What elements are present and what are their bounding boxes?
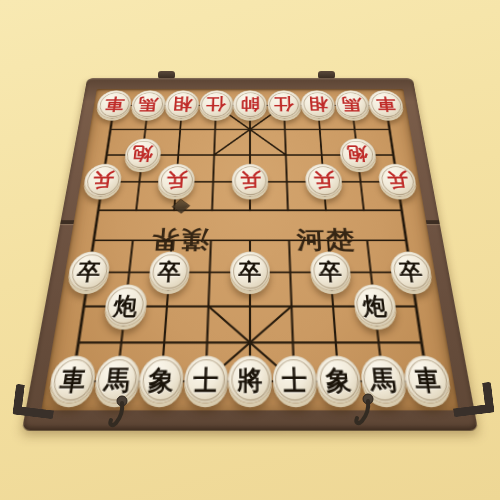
piece-character: 馬: [341, 96, 362, 112]
piece-red-elephant[interactable]: 相: [300, 90, 336, 118]
piece-black-elephant[interactable]: 象: [137, 356, 184, 403]
piece-character: 卒: [318, 260, 343, 282]
piece-character: 卒: [157, 260, 182, 282]
piece-character: 兵: [91, 171, 115, 190]
piece-character: 兵: [385, 171, 409, 190]
piece-character: 將: [237, 366, 262, 393]
piece-black-soldier[interactable]: 卒: [388, 251, 434, 290]
piece-character: 馬: [138, 96, 159, 112]
piece-character: 車: [413, 366, 442, 393]
piece-character: 卒: [398, 260, 424, 282]
piece-red-horse[interactable]: 馬: [130, 90, 167, 118]
latch-hook-left: [106, 394, 136, 436]
piece-black-general[interactable]: 將: [228, 356, 273, 403]
piece-red-soldier[interactable]: 兵: [157, 164, 196, 197]
piece-black-soldier[interactable]: 卒: [309, 251, 352, 290]
piece-red-soldier[interactable]: 兵: [377, 164, 418, 197]
piece-black-soldier[interactable]: 卒: [230, 251, 270, 290]
piece-red-horse[interactable]: 馬: [334, 90, 371, 118]
xiangqi-board: 漢界 楚河 車馬相仕帥仕相馬車炮炮兵兵兵兵兵卒卒卒卒卒炮炮車馬象士將士象馬車: [22, 78, 478, 430]
piece-red-cannon[interactable]: 炮: [123, 138, 162, 169]
piece-red-elephant[interactable]: 相: [164, 90, 200, 118]
piece-character: 兵: [239, 171, 260, 190]
piece-character: 相: [172, 96, 192, 112]
corner-protector-left: [12, 384, 56, 420]
piece-black-advisor[interactable]: 士: [183, 356, 229, 403]
piece-black-cannon[interactable]: 炮: [352, 284, 398, 325]
piece-character: 象: [325, 366, 352, 393]
piece-red-chariot[interactable]: 車: [95, 90, 133, 118]
piece-character: 卒: [238, 260, 261, 282]
piece-red-advisor[interactable]: 仕: [267, 90, 302, 118]
corner-protector-right: [450, 382, 494, 418]
piece-character: 仕: [206, 96, 226, 112]
piece-character: 炮: [131, 145, 153, 163]
piece-character: 士: [192, 366, 218, 393]
piece-character: 兵: [313, 171, 335, 190]
piece-red-soldier[interactable]: 兵: [232, 164, 269, 197]
piece-black-soldier[interactable]: 卒: [66, 251, 112, 290]
piece-character: 車: [103, 96, 125, 112]
piece-red-chariot[interactable]: 車: [367, 90, 405, 118]
piece-character: 卒: [76, 260, 102, 282]
piece-character: 炮: [361, 293, 387, 317]
piece-character: 仕: [274, 96, 294, 112]
piece-black-cannon[interactable]: 炮: [102, 284, 148, 325]
piece-character: 炮: [346, 145, 368, 163]
piece-red-cannon[interactable]: 炮: [338, 138, 377, 169]
product-photo: 漢界 楚河 車馬相仕帥仕相馬車炮炮兵兵兵兵兵卒卒卒卒卒炮炮車馬象士將士象馬車: [0, 0, 500, 500]
piece-character: 帥: [240, 96, 259, 112]
piece-red-general[interactable]: 帥: [233, 90, 267, 118]
piece-black-soldier[interactable]: 卒: [148, 251, 191, 290]
piece-red-advisor[interactable]: 仕: [199, 90, 234, 118]
piece-red-soldier[interactable]: 兵: [305, 164, 344, 197]
piece-black-chariot[interactable]: 車: [402, 356, 453, 403]
piece-black-advisor[interactable]: 士: [272, 356, 318, 403]
piece-character: 車: [375, 96, 397, 112]
piece-character: 士: [281, 366, 307, 393]
piece-character: 兵: [165, 171, 187, 190]
piece-character: 馬: [369, 366, 397, 393]
pieces-layer: 車馬相仕帥仕相馬車炮炮兵兵兵兵兵卒卒卒卒卒炮炮車馬象士將士象馬車: [22, 78, 478, 430]
piece-character: 馬: [103, 366, 131, 393]
piece-character: 相: [308, 96, 328, 112]
piece-character: 車: [58, 366, 87, 393]
latch-hook-right: [352, 392, 382, 434]
piece-character: 象: [148, 366, 175, 393]
piece-red-soldier[interactable]: 兵: [82, 164, 123, 197]
piece-character: 炮: [112, 293, 138, 317]
